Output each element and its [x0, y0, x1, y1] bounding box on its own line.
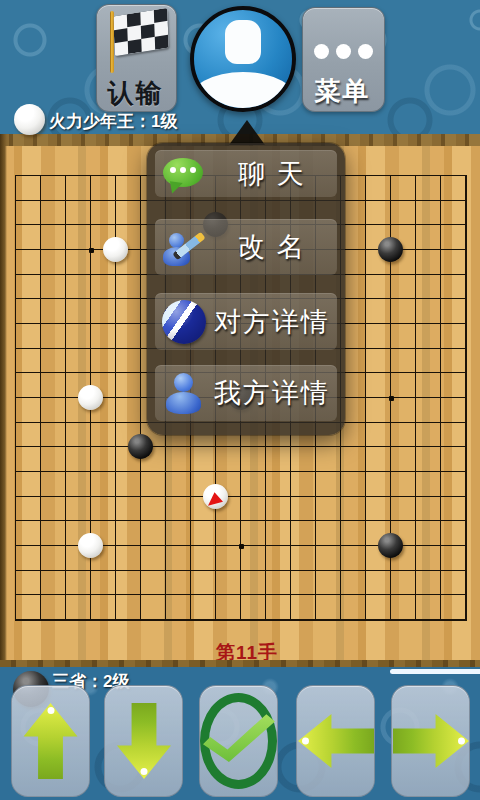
right-button[interactable]	[391, 685, 470, 797]
left-button[interactable]	[296, 685, 375, 797]
opponent-name-label: 火力少年王：1级	[49, 110, 177, 133]
board-bottom-edge	[0, 660, 480, 667]
check-mark-icon	[200, 693, 277, 789]
opponent-stone-icon	[14, 104, 45, 135]
arrow-up-icon	[24, 703, 78, 779]
menu-item-label: 我方详情	[207, 375, 337, 411]
menu-item-my-details[interactable]: 我方详情	[155, 365, 337, 421]
person-pencil-icon	[161, 224, 207, 270]
resign-label: 认输	[96, 76, 175, 111]
black-stone	[128, 434, 153, 459]
last-move-marker	[203, 484, 228, 509]
menu-item-label: 对方详情	[207, 304, 337, 340]
popup-pointer-arrow	[229, 120, 265, 145]
person-icon	[161, 370, 207, 416]
arrow-down-icon	[117, 703, 171, 779]
person-silhouette-icon	[225, 20, 261, 64]
white-stone	[103, 237, 128, 262]
three-dots-icon	[303, 44, 384, 59]
popup-menu: 聊 天 改 名 对方详情 我方详情	[147, 143, 345, 435]
up-button[interactable]	[11, 685, 90, 797]
down-button[interactable]	[104, 685, 183, 797]
white-stone	[78, 533, 103, 558]
black-stone	[378, 533, 403, 558]
confirm-button[interactable]	[199, 685, 278, 797]
white-stone	[203, 484, 228, 509]
menu-item-rename[interactable]: 改 名	[155, 219, 337, 275]
menu-item-opponent-details[interactable]: 对方详情	[155, 293, 337, 350]
checkered-flag-icon	[108, 9, 170, 75]
white-divider-line	[390, 669, 480, 674]
avatar-button[interactable]	[190, 6, 296, 112]
chat-bubble-icon	[161, 151, 207, 197]
menu-item-label: 改 名	[207, 229, 337, 265]
bottom-bar: 三省：2级	[0, 667, 480, 800]
black-stone	[378, 237, 403, 262]
menu-item-chat[interactable]: 聊 天	[155, 150, 337, 197]
go-app-screen: { "game": "go (weiqi), 19x19", "board_si…	[0, 0, 480, 800]
arrow-right-icon	[393, 714, 469, 768]
menu-item-label: 聊 天	[207, 156, 337, 192]
white-stone	[78, 385, 103, 410]
globe-icon	[161, 299, 207, 345]
menu-label: 菜单	[302, 74, 383, 109]
arrow-left-icon	[298, 714, 374, 768]
